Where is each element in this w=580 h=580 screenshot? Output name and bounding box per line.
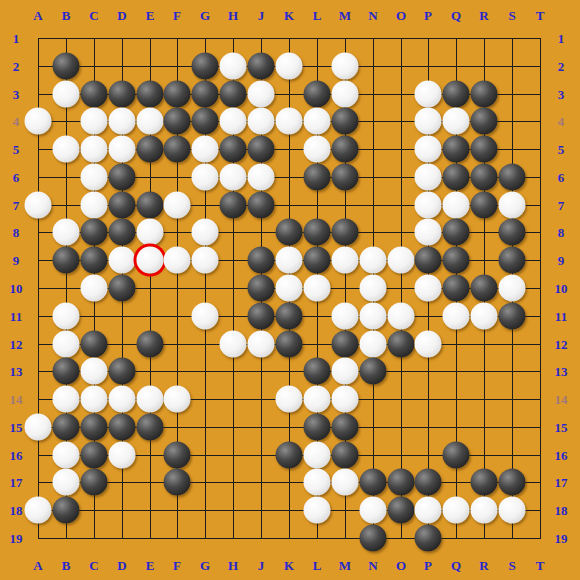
row-label-right-15: 15 [555,421,568,434]
stone-O17 [388,469,415,496]
stone-B17 [53,469,80,496]
row-label-left-5: 5 [13,143,20,156]
stone-K8 [276,219,303,246]
stone-C8 [81,219,108,246]
stone-N19 [360,525,387,552]
stone-B2 [53,53,80,80]
stone-M14 [332,386,359,413]
stone-P17 [415,469,442,496]
stone-R18 [471,497,498,524]
row-label-left-6: 6 [13,171,20,184]
stone-M2 [332,53,359,80]
row-label-left-1: 1 [13,32,20,45]
row-label-left-4: 4 [13,115,20,128]
stone-N11 [360,303,387,330]
row-label-right-10: 10 [555,282,568,295]
row-label-left-15: 15 [10,421,23,434]
col-label-bottom-S: S [508,559,515,572]
stone-J3 [248,81,275,108]
stone-K16 [276,442,303,469]
stone-L3 [304,81,331,108]
stone-F3 [164,81,191,108]
stone-C10 [81,275,108,302]
stone-L5 [304,136,331,163]
row-label-right-4: 4 [558,115,565,128]
stone-L17 [304,469,331,496]
row-label-right-5: 5 [558,143,565,156]
row-label-left-16: 16 [10,449,23,462]
stone-M13 [332,358,359,385]
row-label-left-13: 13 [10,365,23,378]
stone-C3 [81,81,108,108]
stone-D7 [109,192,136,219]
stone-C13 [81,358,108,385]
stone-J5 [248,136,275,163]
col-label-bottom-L: L [313,559,322,572]
stone-P3 [415,81,442,108]
stone-C4 [81,108,108,135]
stone-D10 [109,275,136,302]
col-label-bottom-C: C [89,559,98,572]
stone-S17 [499,469,526,496]
col-label-top-C: C [89,9,98,22]
stone-B18 [53,497,80,524]
row-label-right-17: 17 [555,476,568,489]
stone-D9 [109,247,136,274]
grid-line [38,538,541,539]
stone-B15 [53,414,80,441]
stone-E12 [137,331,164,358]
col-label-top-B: B [62,9,71,22]
stone-P8 [415,219,442,246]
stone-C14 [81,386,108,413]
stone-E15 [137,414,164,441]
stone-L10 [304,275,331,302]
stone-M11 [332,303,359,330]
row-label-left-11: 11 [10,310,22,323]
stone-R4 [471,108,498,135]
col-label-bottom-R: R [479,559,488,572]
col-label-bottom-A: A [33,559,42,572]
stone-H5 [220,136,247,163]
stone-Q3 [443,81,470,108]
stone-L15 [304,414,331,441]
row-label-right-12: 12 [555,338,568,351]
stone-P19 [415,525,442,552]
col-label-bottom-F: F [173,559,181,572]
stone-L16 [304,442,331,469]
col-label-bottom-H: H [228,559,238,572]
stone-F7 [164,192,191,219]
row-label-right-16: 16 [555,449,568,462]
stone-C17 [81,469,108,496]
stone-S9 [499,247,526,274]
stone-G11 [192,303,219,330]
last-move-stone-E9 [137,247,164,274]
col-label-top-H: H [228,9,238,22]
stone-H3 [220,81,247,108]
stone-M8 [332,219,359,246]
stone-F16 [164,442,191,469]
stone-P18 [415,497,442,524]
stone-S10 [499,275,526,302]
col-label-bottom-O: O [396,559,406,572]
stone-O18 [388,497,415,524]
stone-S6 [499,164,526,191]
stone-G4 [192,108,219,135]
row-label-left-9: 9 [13,254,20,267]
grid-line [540,38,541,539]
stone-H4 [220,108,247,135]
stone-G3 [192,81,219,108]
col-label-top-A: A [33,9,42,22]
stone-G2 [192,53,219,80]
stone-L8 [304,219,331,246]
stone-C12 [81,331,108,358]
stone-G5 [192,136,219,163]
stone-R6 [471,164,498,191]
stone-P7 [415,192,442,219]
col-label-bottom-J: J [258,559,265,572]
go-board[interactable]: AABBCCDDEEFFGGHHJJKKLLMMNNOOPPQQRRSSTT11… [0,0,580,580]
col-label-bottom-K: K [284,559,294,572]
stone-M3 [332,81,359,108]
stone-C5 [81,136,108,163]
stone-N17 [360,469,387,496]
stone-O12 [388,331,415,358]
stone-K10 [276,275,303,302]
row-label-right-7: 7 [558,199,565,212]
stone-E4 [137,108,164,135]
col-label-bottom-D: D [117,559,126,572]
stone-Q4 [443,108,470,135]
stone-K14 [276,386,303,413]
grid-line [401,38,402,539]
col-label-bottom-P: P [424,559,432,572]
stone-R3 [471,81,498,108]
row-label-left-10: 10 [10,282,23,295]
stone-J12 [248,331,275,358]
stone-R7 [471,192,498,219]
row-label-right-9: 9 [558,254,565,267]
col-label-bottom-E: E [146,559,155,572]
stone-B3 [53,81,80,108]
col-label-top-T: T [536,9,545,22]
stone-N18 [360,497,387,524]
stone-C7 [81,192,108,219]
col-label-top-G: G [200,9,210,22]
stone-H2 [220,53,247,80]
stone-E14 [137,386,164,413]
stone-Q7 [443,192,470,219]
stone-J4 [248,108,275,135]
stone-B16 [53,442,80,469]
stone-M16 [332,442,359,469]
stone-Q9 [443,247,470,274]
col-label-bottom-T: T [536,559,545,572]
stone-H12 [220,331,247,358]
row-label-left-3: 3 [13,88,20,101]
stone-J10 [248,275,275,302]
stone-Q11 [443,303,470,330]
row-label-left-7: 7 [13,199,20,212]
stone-E3 [137,81,164,108]
stone-Q8 [443,219,470,246]
stone-G9 [192,247,219,274]
stone-P5 [415,136,442,163]
stone-N10 [360,275,387,302]
stone-S11 [499,303,526,330]
col-label-top-F: F [173,9,181,22]
stone-H7 [220,192,247,219]
stone-M15 [332,414,359,441]
row-label-left-17: 17 [10,476,23,489]
stone-P12 [415,331,442,358]
stone-D3 [109,81,136,108]
stone-O11 [388,303,415,330]
row-label-right-11: 11 [555,310,567,323]
stone-B13 [53,358,80,385]
row-label-right-13: 13 [555,365,568,378]
stone-P4 [415,108,442,135]
stone-C9 [81,247,108,274]
row-label-left-14: 14 [10,393,23,406]
stone-B14 [53,386,80,413]
stone-B5 [53,136,80,163]
col-label-top-E: E [146,9,155,22]
stone-M12 [332,331,359,358]
col-label-top-O: O [396,9,406,22]
stone-N12 [360,331,387,358]
row-label-right-14: 14 [555,393,568,406]
row-label-left-19: 19 [10,532,23,545]
stone-L4 [304,108,331,135]
stone-A15 [25,414,52,441]
stone-C15 [81,414,108,441]
col-label-top-L: L [313,9,322,22]
stone-N9 [360,247,387,274]
row-label-right-6: 6 [558,171,565,184]
stone-C16 [81,442,108,469]
stone-J2 [248,53,275,80]
col-label-top-P: P [424,9,432,22]
stone-H6 [220,164,247,191]
stone-B11 [53,303,80,330]
row-label-right-8: 8 [558,226,565,239]
stone-J9 [248,247,275,274]
col-label-bottom-B: B [62,559,71,572]
col-label-top-M: M [339,9,351,22]
grid-line [38,482,541,483]
stone-R17 [471,469,498,496]
stone-Q5 [443,136,470,163]
col-label-top-S: S [508,9,515,22]
stone-K2 [276,53,303,80]
row-label-left-12: 12 [10,338,23,351]
stone-F4 [164,108,191,135]
stone-L9 [304,247,331,274]
stone-S18 [499,497,526,524]
stone-L14 [304,386,331,413]
row-label-right-3: 3 [558,88,565,101]
stone-M17 [332,469,359,496]
stone-R5 [471,136,498,163]
stone-D14 [109,386,136,413]
stone-M5 [332,136,359,163]
stone-D6 [109,164,136,191]
stone-B12 [53,331,80,358]
stone-M4 [332,108,359,135]
stone-B9 [53,247,80,274]
col-label-top-R: R [479,9,488,22]
stone-D5 [109,136,136,163]
stone-Q16 [443,442,470,469]
col-label-bottom-Q: Q [451,559,461,572]
stone-Q6 [443,164,470,191]
row-label-right-1: 1 [558,32,565,45]
row-label-right-2: 2 [558,60,565,73]
stone-K4 [276,108,303,135]
stone-J7 [248,192,275,219]
stone-S7 [499,192,526,219]
stone-F5 [164,136,191,163]
stone-Q18 [443,497,470,524]
stone-N13 [360,358,387,385]
row-label-left-2: 2 [13,60,20,73]
stone-K9 [276,247,303,274]
stone-A4 [25,108,52,135]
stone-P10 [415,275,442,302]
stone-D8 [109,219,136,246]
stone-L18 [304,497,331,524]
row-label-right-18: 18 [555,504,568,517]
col-label-top-Q: Q [451,9,461,22]
stone-L13 [304,358,331,385]
stone-L6 [304,164,331,191]
stone-G6 [192,164,219,191]
stone-D16 [109,442,136,469]
col-label-top-K: K [284,9,294,22]
stone-A7 [25,192,52,219]
stone-S8 [499,219,526,246]
stone-E8 [137,219,164,246]
stone-F14 [164,386,191,413]
stone-G8 [192,219,219,246]
row-label-left-18: 18 [10,504,23,517]
stone-J6 [248,164,275,191]
col-label-top-N: N [368,9,377,22]
col-label-bottom-N: N [368,559,377,572]
col-label-bottom-M: M [339,559,351,572]
stone-B8 [53,219,80,246]
stone-M6 [332,164,359,191]
col-label-top-D: D [117,9,126,22]
stone-Q10 [443,275,470,302]
stone-E5 [137,136,164,163]
stone-K11 [276,303,303,330]
stone-J11 [248,303,275,330]
stone-E7 [137,192,164,219]
row-label-right-19: 19 [555,532,568,545]
stone-F9 [164,247,191,274]
stone-R10 [471,275,498,302]
stone-D4 [109,108,136,135]
stone-C6 [81,164,108,191]
stone-F17 [164,469,191,496]
stone-A18 [25,497,52,524]
col-label-bottom-G: G [200,559,210,572]
stone-R11 [471,303,498,330]
stone-P9 [415,247,442,274]
stone-D13 [109,358,136,385]
stone-D15 [109,414,136,441]
row-label-left-8: 8 [13,226,20,239]
stone-O9 [388,247,415,274]
stone-K12 [276,331,303,358]
stone-M9 [332,247,359,274]
col-label-top-J: J [258,9,265,22]
stone-P6 [415,164,442,191]
